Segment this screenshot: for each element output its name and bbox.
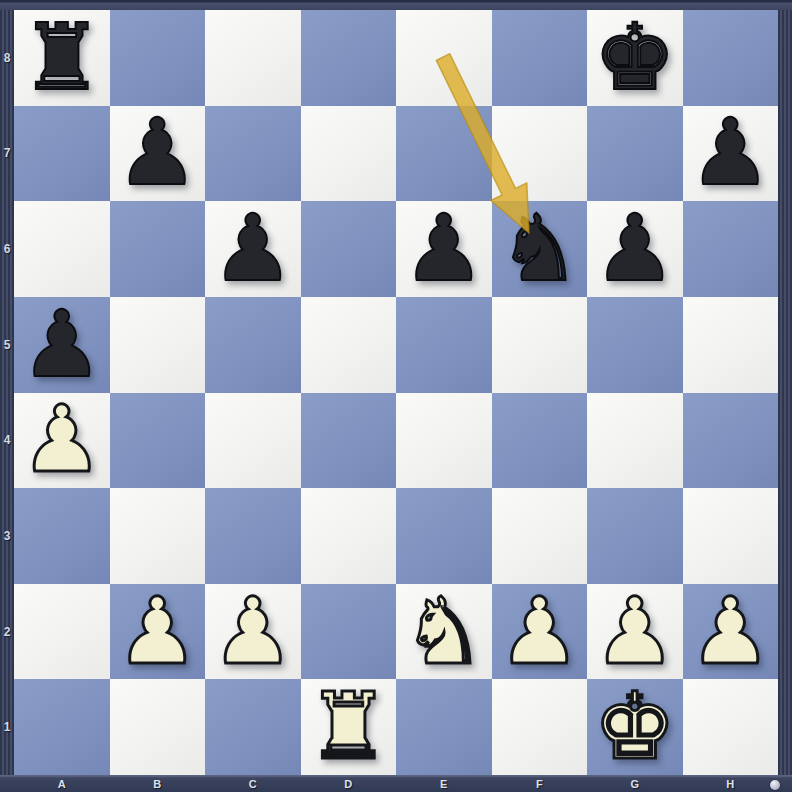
square-e8[interactable] — [396, 10, 492, 106]
square-g6[interactable]: ♟ — [587, 201, 683, 297]
square-e6[interactable]: ♟ — [396, 201, 492, 297]
square-d4[interactable] — [301, 393, 397, 489]
square-e1[interactable] — [396, 679, 492, 775]
square-f1[interactable] — [492, 679, 588, 775]
piece-black-knight[interactable]: ♞ — [498, 203, 580, 295]
frame-right-edge — [778, 0, 792, 792]
square-a5[interactable]: ♟ — [14, 297, 110, 393]
square-a4[interactable]: ♟ — [14, 393, 110, 489]
square-e3[interactable] — [396, 488, 492, 584]
piece-white-knight[interactable]: ♞ — [403, 586, 485, 678]
file-label-g: G — [630, 778, 639, 790]
square-e4[interactable] — [396, 393, 492, 489]
piece-white-pawn[interactable]: ♟ — [21, 394, 103, 486]
square-h6[interactable] — [683, 201, 779, 297]
square-a1[interactable] — [14, 679, 110, 775]
square-e2[interactable]: ♞ — [396, 584, 492, 680]
piece-black-pawn[interactable]: ♟ — [594, 203, 676, 295]
square-h5[interactable] — [683, 297, 779, 393]
square-c3[interactable] — [205, 488, 301, 584]
square-a6[interactable] — [14, 201, 110, 297]
square-g1[interactable]: ♚ — [587, 679, 683, 775]
piece-black-pawn[interactable]: ♟ — [116, 107, 198, 199]
square-c2[interactable]: ♟ — [205, 584, 301, 680]
square-b1[interactable] — [110, 679, 206, 775]
square-h4[interactable] — [683, 393, 779, 489]
square-a2[interactable] — [14, 584, 110, 680]
piece-white-pawn[interactable]: ♟ — [498, 586, 580, 678]
piece-black-pawn[interactable]: ♟ — [403, 203, 485, 295]
square-e5[interactable] — [396, 297, 492, 393]
piece-white-pawn[interactable]: ♟ — [116, 586, 198, 678]
square-d3[interactable] — [301, 488, 397, 584]
square-f4[interactable] — [492, 393, 588, 489]
board: ♜♚♟♟♟♟♞♟♟♟♟♟♞♟♟♟♜♚ — [14, 10, 778, 775]
square-b7[interactable]: ♟ — [110, 106, 206, 202]
file-label-h: H — [726, 778, 734, 790]
piece-black-king[interactable]: ♚ — [594, 12, 676, 104]
square-d8[interactable] — [301, 10, 397, 106]
file-label-e: E — [440, 778, 447, 790]
rank-labels: 87654321 — [0, 10, 14, 775]
file-label-c: C — [249, 778, 257, 790]
chessboard-frame: ♜♚♟♟♟♟♞♟♟♟♟♟♞♟♟♟♜♚ 87654321 ABCDEFGH — [0, 0, 792, 792]
square-d7[interactable] — [301, 106, 397, 202]
square-c5[interactable] — [205, 297, 301, 393]
rank-label-2: 2 — [4, 625, 11, 639]
square-g2[interactable]: ♟ — [587, 584, 683, 680]
square-c1[interactable] — [205, 679, 301, 775]
square-h1[interactable] — [683, 679, 779, 775]
square-f6[interactable]: ♞ — [492, 201, 588, 297]
square-f2[interactable]: ♟ — [492, 584, 588, 680]
square-b4[interactable] — [110, 393, 206, 489]
square-a8[interactable]: ♜ — [14, 10, 110, 106]
square-b6[interactable] — [110, 201, 206, 297]
square-c7[interactable] — [205, 106, 301, 202]
square-g4[interactable] — [587, 393, 683, 489]
file-label-b: B — [153, 778, 161, 790]
square-h3[interactable] — [683, 488, 779, 584]
rank-label-1: 1 — [4, 720, 11, 734]
piece-white-king[interactable]: ♚ — [594, 681, 676, 773]
square-c4[interactable] — [205, 393, 301, 489]
square-f8[interactable] — [492, 10, 588, 106]
piece-black-rook[interactable]: ♜ — [21, 12, 103, 104]
square-d6[interactable] — [301, 201, 397, 297]
square-f7[interactable] — [492, 106, 588, 202]
square-g3[interactable] — [587, 488, 683, 584]
rank-label-3: 3 — [4, 529, 11, 543]
file-label-d: D — [344, 778, 352, 790]
rank-label-5: 5 — [4, 338, 11, 352]
square-h8[interactable] — [683, 10, 779, 106]
square-e7[interactable] — [396, 106, 492, 202]
rank-label-7: 7 — [4, 146, 11, 160]
square-b3[interactable] — [110, 488, 206, 584]
file-labels: ABCDEFGH — [14, 775, 778, 792]
square-h2[interactable]: ♟ — [683, 584, 779, 680]
rank-label-8: 8 — [4, 51, 11, 65]
square-d1[interactable]: ♜ — [301, 679, 397, 775]
rank-label-4: 4 — [4, 433, 11, 447]
square-d5[interactable] — [301, 297, 397, 393]
piece-black-pawn[interactable]: ♟ — [21, 299, 103, 391]
piece-white-pawn[interactable]: ♟ — [689, 586, 771, 678]
square-g5[interactable] — [587, 297, 683, 393]
square-g8[interactable]: ♚ — [587, 10, 683, 106]
square-f5[interactable] — [492, 297, 588, 393]
piece-black-pawn[interactable]: ♟ — [212, 203, 294, 295]
square-b8[interactable] — [110, 10, 206, 106]
piece-black-pawn[interactable]: ♟ — [689, 107, 771, 199]
square-b2[interactable]: ♟ — [110, 584, 206, 680]
square-d2[interactable] — [301, 584, 397, 680]
square-a7[interactable] — [14, 106, 110, 202]
square-h7[interactable]: ♟ — [683, 106, 779, 202]
file-label-f: F — [536, 778, 543, 790]
square-b5[interactable] — [110, 297, 206, 393]
square-c6[interactable]: ♟ — [205, 201, 301, 297]
square-f3[interactable] — [492, 488, 588, 584]
file-label-a: A — [58, 778, 66, 790]
piece-white-pawn[interactable]: ♟ — [594, 586, 676, 678]
corner-dot — [770, 780, 780, 790]
rank-label-6: 6 — [4, 242, 11, 256]
square-a3[interactable] — [14, 488, 110, 584]
piece-white-rook[interactable]: ♜ — [307, 681, 389, 773]
piece-white-pawn[interactable]: ♟ — [212, 586, 294, 678]
square-c8[interactable] — [205, 10, 301, 106]
square-g7[interactable] — [587, 106, 683, 202]
